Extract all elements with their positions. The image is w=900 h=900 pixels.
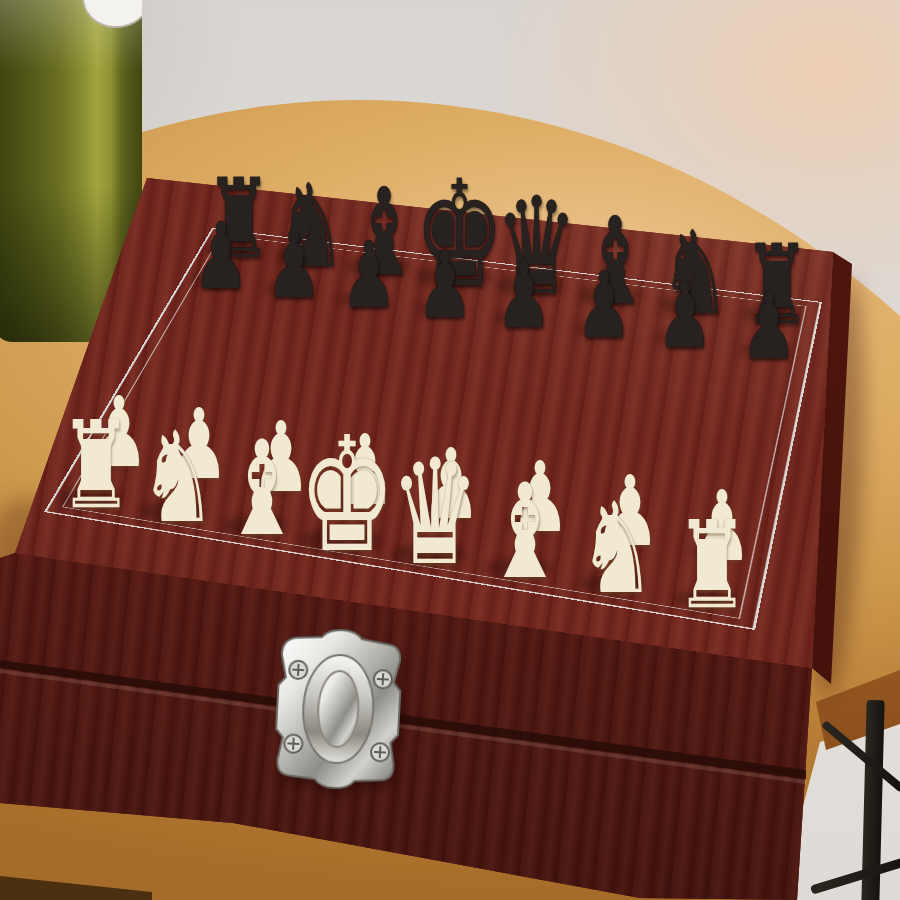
piece-white-queen[interactable]: ♛ [385, 440, 485, 586]
piece-white-knight[interactable]: ♞ [135, 415, 221, 540]
piece-black-pawn[interactable]: ♟ [262, 219, 325, 311]
scene-photo: ♜♞♝♚♛♝♞♜♟♟♟♟♟♟♟♟♟♟♟♟♟♟♟♟♜♞♝♚♛♝♞♜ [0, 0, 900, 900]
piece-white-rook[interactable]: ♜ [55, 406, 138, 526]
piece-black-pawn[interactable]: ♟ [737, 280, 800, 372]
piece-black-pawn[interactable]: ♟ [492, 249, 555, 341]
metal-clasp[interactable] [254, 624, 423, 804]
piece-black-pawn[interactable]: ♟ [189, 210, 252, 302]
piece-black-pawn[interactable]: ♟ [572, 259, 635, 351]
piece-white-bishop[interactable]: ♝ [480, 467, 570, 598]
piece-black-pawn[interactable]: ♟ [653, 269, 716, 361]
piece-black-pawn[interactable]: ♟ [337, 229, 400, 321]
piece-white-knight[interactable]: ♞ [574, 486, 660, 611]
piece-white-rook[interactable]: ♜ [671, 506, 754, 626]
piece-black-pawn[interactable]: ♟ [413, 239, 476, 331]
